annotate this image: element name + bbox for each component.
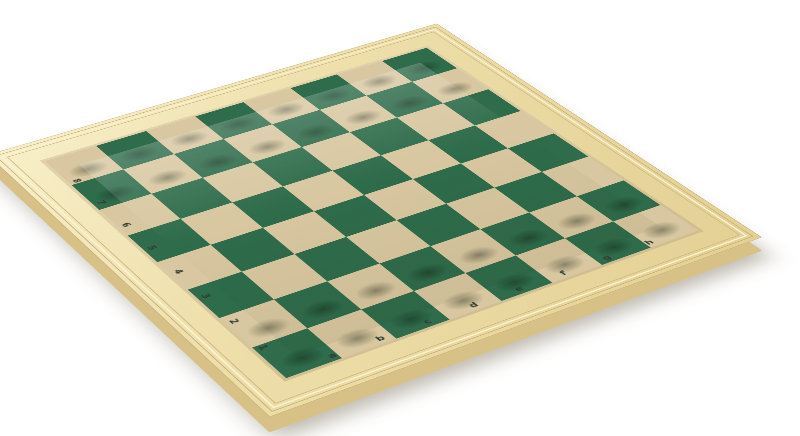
square-b5[interactable] (181, 202, 263, 244)
board-panel: ♜♞♝♚♛♝♞♜♟♟♟♟♟♟♟♟♟♟♟♟♟♟♟♟♜♞♝♚♛♝♞♜ 8765432… (40, 46, 704, 382)
piece-glyph: ♟ (144, 166, 195, 179)
piece-glyph: ♟ (194, 150, 244, 163)
square-f2[interactable]: ♟ (480, 213, 565, 256)
piece-shadow (383, 305, 438, 333)
piece-glyph: ♟ (453, 242, 506, 256)
square-c3[interactable] (295, 237, 380, 281)
square-g2[interactable]: ♟ (529, 196, 613, 238)
piece-shadow (538, 252, 591, 278)
square-b2[interactable]: ♟ (274, 281, 361, 328)
square-c2[interactable]: ♟ (327, 264, 414, 310)
piece-shadow (274, 343, 331, 372)
piece-glyph: ♟ (551, 208, 604, 222)
piece-shadow (452, 243, 505, 268)
chess-set-photo-scene: ♜♞♝♚♛♝♞♜♟♟♟♟♟♟♟♟♟♟♟♟♟♟♟♟♜♞♝♚♛♝♞♜ 8765432… (0, 0, 800, 436)
piece-shadow (349, 277, 403, 304)
piece-glyph: ♟ (598, 192, 651, 205)
piece-glyph: ♟ (244, 135, 293, 147)
piece-glyph: ♟ (432, 78, 479, 89)
piece-glyph: ♞ (315, 314, 403, 339)
piece-glyph: ♟ (340, 106, 388, 118)
piece-glyph: ♟ (351, 277, 404, 292)
piece-glyph: ♝ (367, 295, 457, 321)
piece-glyph: ♜ (56, 153, 125, 170)
piece-glyph: ♟ (92, 181, 144, 194)
piece-glyph: ♞ (570, 226, 657, 249)
piece-glyph: ♚ (405, 269, 523, 302)
chess-board: ♜♞♝♚♛♝♞♜♟♟♟♟♟♟♟♟♟♟♟♟♟♟♟♟♜♞♝♚♛♝♞♜ 8765432… (0, 23, 762, 417)
piece-glyph: ♟ (387, 92, 434, 104)
piece-glyph: ♟ (243, 313, 298, 329)
piece-shadow (295, 296, 350, 323)
square-d3[interactable] (346, 220, 430, 263)
piece-glyph: ♝ (520, 242, 610, 266)
piece-glyph: ♟ (503, 225, 556, 239)
piece-glyph: ♟ (293, 121, 341, 133)
